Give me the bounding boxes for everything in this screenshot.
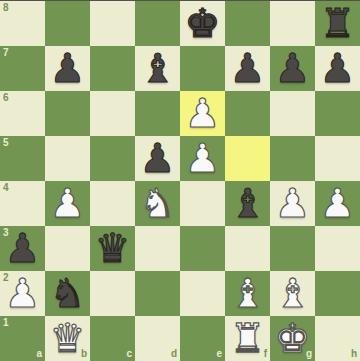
black-king-icon[interactable]: ♚ bbox=[180, 1, 225, 46]
rank-label-6: 6 bbox=[3, 93, 9, 103]
square-b8[interactable] bbox=[45, 1, 90, 46]
square-d1[interactable]: d bbox=[135, 316, 180, 361]
file-label-h: h bbox=[351, 349, 357, 359]
square-f7[interactable]: ♟ bbox=[225, 46, 270, 91]
square-b4[interactable]: ♟ bbox=[45, 181, 90, 226]
square-c8[interactable] bbox=[90, 1, 135, 46]
square-e4[interactable] bbox=[180, 181, 225, 226]
square-f8[interactable] bbox=[225, 1, 270, 46]
black-bishop-icon[interactable]: ♝ bbox=[135, 46, 180, 91]
rank-label-5: 5 bbox=[3, 138, 9, 148]
file-label-a: a bbox=[36, 349, 42, 359]
square-h2[interactable] bbox=[315, 271, 360, 316]
white-pawn-icon[interactable]: ♟ bbox=[270, 181, 315, 226]
file-label-c: c bbox=[126, 349, 132, 359]
black-pawn-icon[interactable]: ♟ bbox=[135, 136, 180, 181]
rank-label-2: 2 bbox=[3, 273, 9, 283]
square-h7[interactable]: ♟ bbox=[315, 46, 360, 91]
black-rook-icon[interactable]: ♜ bbox=[315, 1, 360, 46]
square-f5[interactable] bbox=[225, 136, 270, 181]
square-g4[interactable]: ♟ bbox=[270, 181, 315, 226]
file-label-f: f bbox=[264, 349, 267, 359]
square-c7[interactable] bbox=[90, 46, 135, 91]
square-h5[interactable] bbox=[315, 136, 360, 181]
black-bishop-icon[interactable]: ♝ bbox=[225, 181, 270, 226]
square-b2[interactable]: ♞ bbox=[45, 271, 90, 316]
square-d5[interactable]: ♟ bbox=[135, 136, 180, 181]
square-b5[interactable] bbox=[45, 136, 90, 181]
square-e6[interactable]: ♟ bbox=[180, 91, 225, 136]
square-d7[interactable]: ♝ bbox=[135, 46, 180, 91]
square-d4[interactable]: ♞ bbox=[135, 181, 180, 226]
black-pawn-icon[interactable]: ♟ bbox=[225, 46, 270, 91]
square-b1[interactable]: b♛ bbox=[45, 316, 90, 361]
square-f1[interactable]: f♜ bbox=[225, 316, 270, 361]
rank-label-3: 3 bbox=[3, 228, 9, 238]
square-g7[interactable]: ♟ bbox=[270, 46, 315, 91]
square-a6[interactable]: 6 bbox=[0, 91, 45, 136]
square-c1[interactable]: c bbox=[90, 316, 135, 361]
white-pawn-icon[interactable]: ♟ bbox=[315, 181, 360, 226]
square-g5[interactable] bbox=[270, 136, 315, 181]
square-c4[interactable] bbox=[90, 181, 135, 226]
square-h3[interactable] bbox=[315, 226, 360, 271]
square-e1[interactable]: e bbox=[180, 316, 225, 361]
rank-label-4: 4 bbox=[3, 183, 9, 193]
white-knight-icon[interactable]: ♞ bbox=[135, 181, 180, 226]
white-pawn-icon[interactable]: ♟ bbox=[180, 91, 225, 136]
rank-label-8: 8 bbox=[3, 3, 9, 13]
square-e2[interactable] bbox=[180, 271, 225, 316]
file-label-b: b bbox=[81, 349, 87, 359]
square-d3[interactable] bbox=[135, 226, 180, 271]
square-g3[interactable] bbox=[270, 226, 315, 271]
square-e7[interactable] bbox=[180, 46, 225, 91]
square-a2[interactable]: 2♟ bbox=[0, 271, 45, 316]
square-g1[interactable]: g♚ bbox=[270, 316, 315, 361]
square-d2[interactable] bbox=[135, 271, 180, 316]
square-f6[interactable] bbox=[225, 91, 270, 136]
white-bishop-icon[interactable]: ♝ bbox=[270, 271, 315, 316]
square-g8[interactable] bbox=[270, 1, 315, 46]
rank-label-1: 1 bbox=[3, 318, 9, 328]
square-h1[interactable]: h bbox=[315, 316, 360, 361]
square-e5[interactable]: ♟ bbox=[180, 136, 225, 181]
white-bishop-icon[interactable]: ♝ bbox=[225, 271, 270, 316]
square-b7[interactable]: ♟ bbox=[45, 46, 90, 91]
black-pawn-icon[interactable]: ♟ bbox=[270, 46, 315, 91]
chess-board-container: 8♚♜7♟♝♟♟♟6♟5♟♟4♟♞♝♟♟3♟♛2♟♞♝♝1ab♛cdef♜g♚h bbox=[0, 0, 360, 361]
black-knight-icon[interactable]: ♞ bbox=[45, 271, 90, 316]
square-d8[interactable] bbox=[135, 1, 180, 46]
square-e3[interactable] bbox=[180, 226, 225, 271]
square-f4[interactable]: ♝ bbox=[225, 181, 270, 226]
square-a1[interactable]: 1a bbox=[0, 316, 45, 361]
square-a3[interactable]: 3♟ bbox=[0, 226, 45, 271]
square-c6[interactable] bbox=[90, 91, 135, 136]
square-f2[interactable]: ♝ bbox=[225, 271, 270, 316]
black-pawn-icon[interactable]: ♟ bbox=[45, 46, 90, 91]
square-a8[interactable]: 8 bbox=[0, 1, 45, 46]
white-pawn-icon[interactable]: ♟ bbox=[45, 181, 90, 226]
square-h6[interactable] bbox=[315, 91, 360, 136]
square-h8[interactable]: ♜ bbox=[315, 1, 360, 46]
file-label-g: g bbox=[306, 349, 312, 359]
chess-board: 8♚♜7♟♝♟♟♟6♟5♟♟4♟♞♝♟♟3♟♛2♟♞♝♝1ab♛cdef♜g♚h bbox=[0, 1, 360, 361]
square-b3[interactable] bbox=[45, 226, 90, 271]
square-g6[interactable] bbox=[270, 91, 315, 136]
square-g2[interactable]: ♝ bbox=[270, 271, 315, 316]
black-queen-icon[interactable]: ♛ bbox=[90, 226, 135, 271]
file-label-d: d bbox=[171, 349, 177, 359]
white-pawn-icon[interactable]: ♟ bbox=[180, 136, 225, 181]
square-d6[interactable] bbox=[135, 91, 180, 136]
square-c2[interactable] bbox=[90, 271, 135, 316]
square-e8[interactable]: ♚ bbox=[180, 1, 225, 46]
square-a5[interactable]: 5 bbox=[0, 136, 45, 181]
square-c5[interactable] bbox=[90, 136, 135, 181]
square-f3[interactable] bbox=[225, 226, 270, 271]
black-pawn-icon[interactable]: ♟ bbox=[315, 46, 360, 91]
square-h4[interactable]: ♟ bbox=[315, 181, 360, 226]
file-label-e: e bbox=[216, 349, 222, 359]
rank-label-7: 7 bbox=[3, 48, 9, 58]
square-a4[interactable]: 4 bbox=[0, 181, 45, 226]
square-b6[interactable] bbox=[45, 91, 90, 136]
square-a7[interactable]: 7 bbox=[0, 46, 45, 91]
square-c3[interactable]: ♛ bbox=[90, 226, 135, 271]
